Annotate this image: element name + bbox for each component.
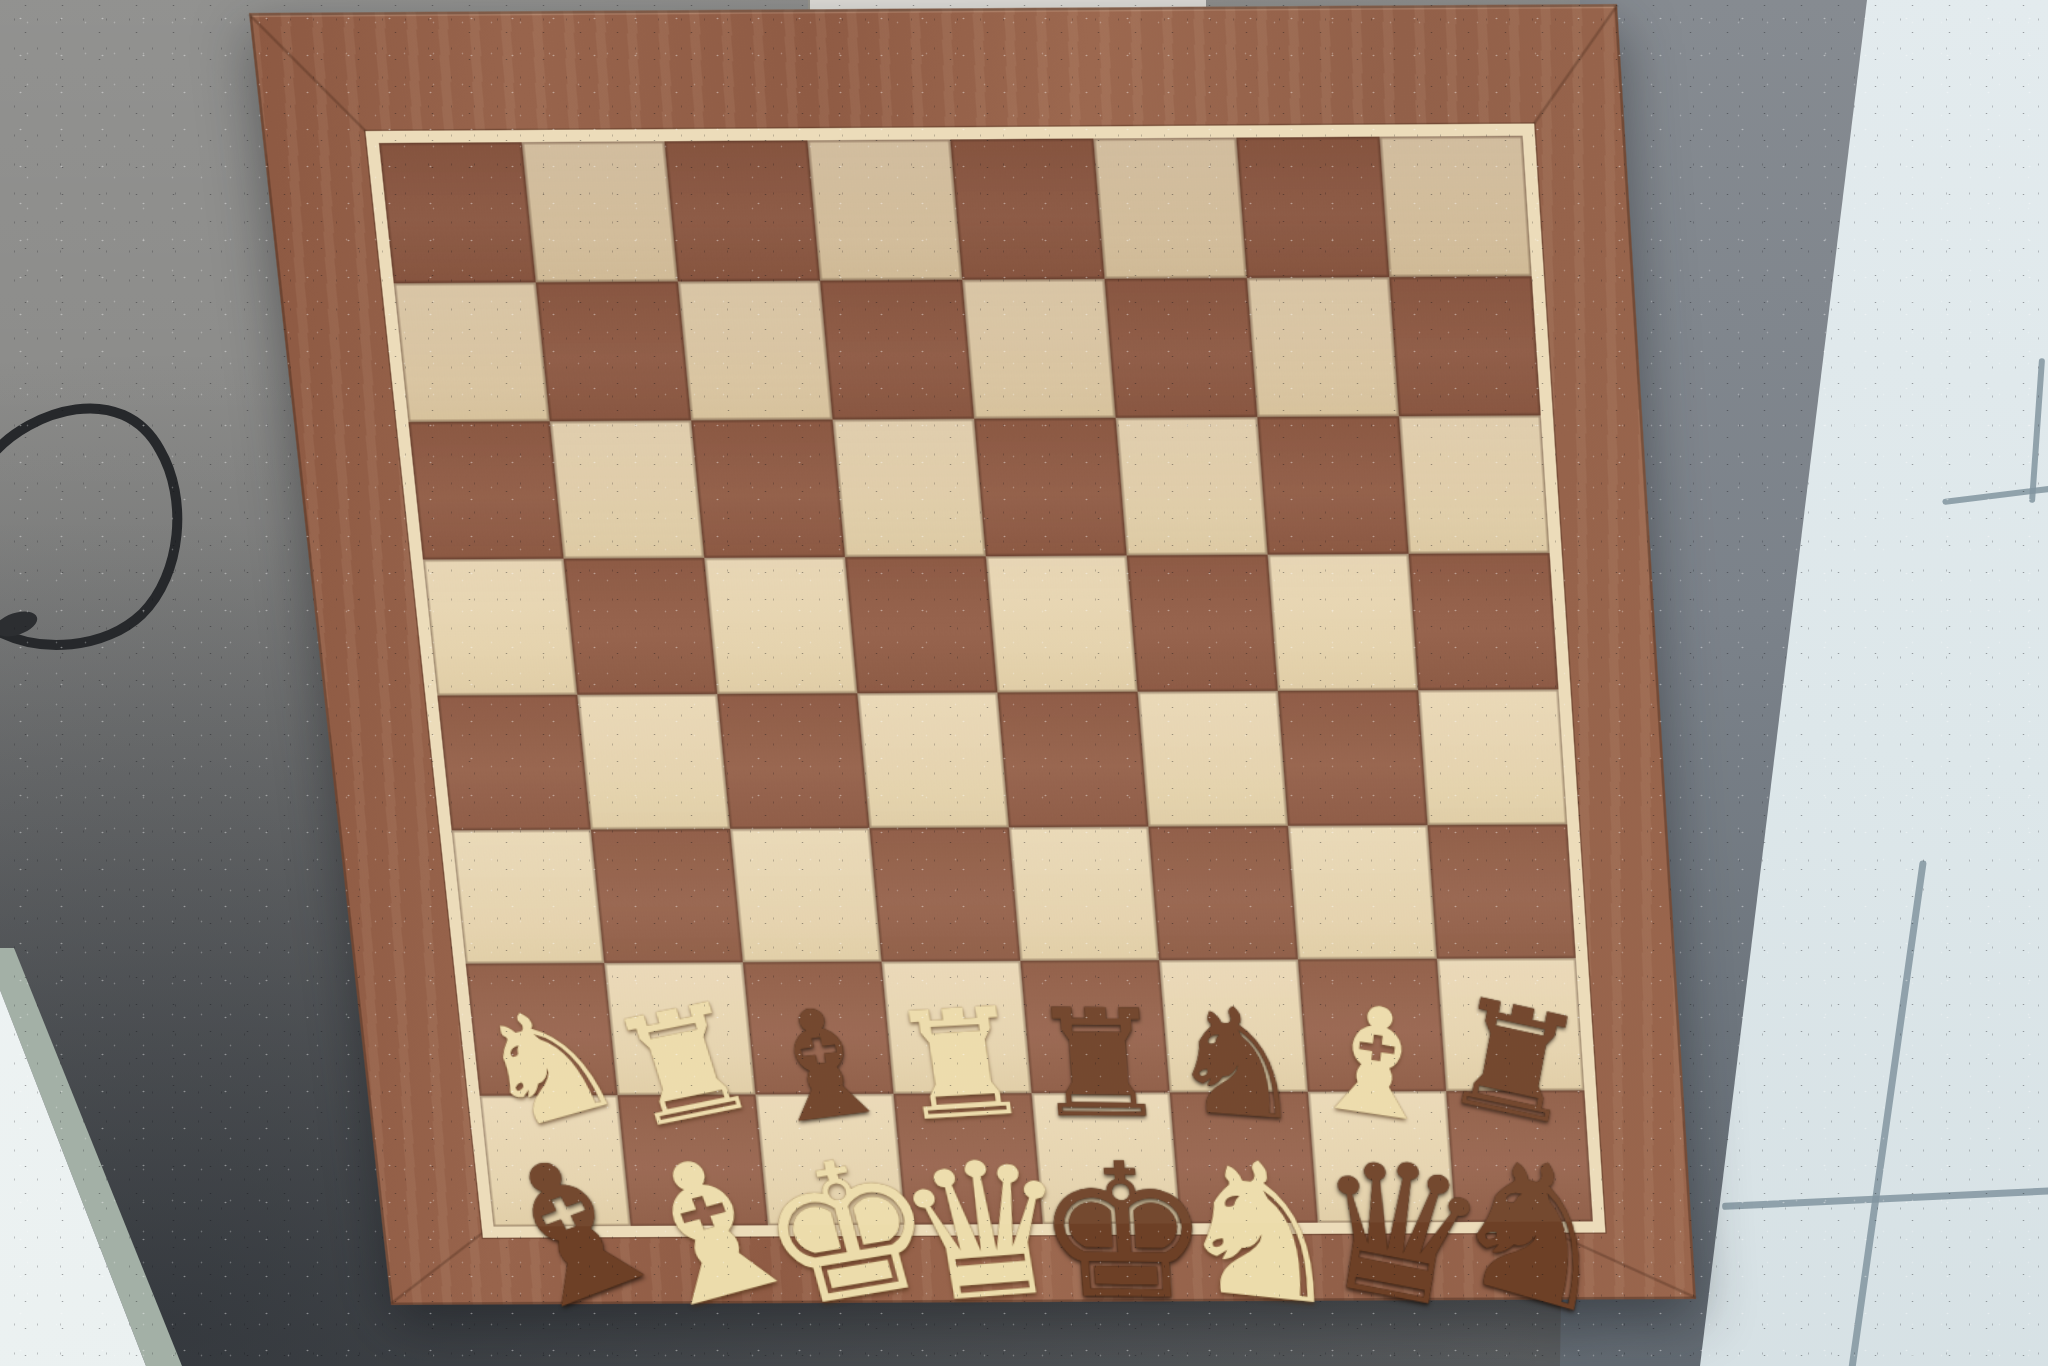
frame-miter-joint bbox=[248, 13, 380, 145]
square-h5[interactable] bbox=[1409, 553, 1559, 690]
piece-dark-knight-f2[interactable]: ♞ bbox=[1166, 992, 1307, 1134]
square-c3[interactable] bbox=[730, 828, 881, 962]
square-c8[interactable] bbox=[664, 140, 820, 281]
square-g4[interactable] bbox=[1278, 690, 1428, 826]
square-e6[interactable] bbox=[974, 418, 1127, 556]
square-d4[interactable] bbox=[857, 692, 1009, 828]
piece-white-bishop-g2[interactable]: ♝ bbox=[1300, 988, 1451, 1139]
square-c7[interactable] bbox=[678, 281, 833, 421]
square-e4[interactable] bbox=[997, 692, 1148, 828]
square-c4[interactable] bbox=[717, 693, 869, 829]
square-c5[interactable] bbox=[704, 557, 857, 694]
square-d5[interactable] bbox=[845, 556, 997, 693]
square-g7[interactable] bbox=[1247, 277, 1399, 417]
square-h7[interactable] bbox=[1389, 276, 1540, 416]
square-a5[interactable] bbox=[423, 559, 577, 696]
square-h3[interactable] bbox=[1428, 824, 1576, 958]
square-g8[interactable] bbox=[1236, 137, 1389, 278]
square-b6[interactable] bbox=[550, 420, 705, 558]
board-playing-area: ♞♜♝♜♜♞♝♜♝♝♚♛♚♞♛♞ bbox=[365, 124, 1605, 1238]
tile-grout-line bbox=[1848, 860, 1927, 1366]
square-a8[interactable] bbox=[379, 142, 536, 283]
board-squares: ♞♜♝♜♜♞♝♜♝♝♚♛♚♞♛♞ bbox=[379, 136, 1593, 1227]
chess-board: ♞♜♝♜♜♞♝♜♝♝♚♛♚♞♛♞ bbox=[249, 4, 1696, 1305]
photo-scene: ♞♜♝♜♜♞♝♜♝♝♚♛♚♞♛♞ bbox=[0, 0, 2048, 1366]
square-e7[interactable] bbox=[962, 279, 1115, 419]
square-e3[interactable] bbox=[1009, 827, 1159, 961]
square-h8[interactable] bbox=[1379, 136, 1531, 277]
square-d6[interactable] bbox=[833, 419, 986, 557]
square-a4[interactable] bbox=[437, 695, 590, 830]
square-b4[interactable] bbox=[577, 694, 730, 830]
square-f7[interactable] bbox=[1105, 278, 1258, 418]
square-f6[interactable] bbox=[1116, 417, 1268, 555]
square-b7[interactable] bbox=[536, 282, 691, 422]
square-c6[interactable] bbox=[691, 420, 845, 558]
square-f4[interactable] bbox=[1138, 691, 1288, 827]
tile-grout-line bbox=[1722, 1187, 2048, 1210]
square-a6[interactable] bbox=[408, 421, 563, 559]
square-d8[interactable] bbox=[807, 139, 962, 280]
cable-icon bbox=[0, 372, 210, 672]
square-b5[interactable] bbox=[564, 558, 718, 695]
square-d3[interactable] bbox=[869, 827, 1020, 961]
square-f8[interactable] bbox=[1093, 138, 1247, 279]
square-g5[interactable] bbox=[1268, 554, 1419, 691]
square-h4[interactable] bbox=[1418, 689, 1567, 825]
square-f5[interactable] bbox=[1127, 555, 1278, 692]
square-f3[interactable] bbox=[1148, 826, 1298, 960]
piece-dark-rook-e2[interactable]: ♜ bbox=[1024, 998, 1171, 1131]
square-e8[interactable] bbox=[950, 138, 1104, 279]
square-b8[interactable] bbox=[522, 141, 678, 282]
square-a3[interactable] bbox=[452, 830, 605, 964]
square-e5[interactable] bbox=[986, 555, 1138, 692]
square-h6[interactable] bbox=[1399, 415, 1550, 554]
tile-grout-line bbox=[2029, 358, 2045, 503]
square-g6[interactable] bbox=[1257, 416, 1408, 554]
square-g3[interactable] bbox=[1288, 825, 1437, 959]
square-d7[interactable] bbox=[820, 280, 974, 420]
square-a7[interactable] bbox=[394, 282, 550, 422]
frame-miter-joint bbox=[1521, 5, 1618, 142]
square-b3[interactable] bbox=[591, 829, 743, 963]
